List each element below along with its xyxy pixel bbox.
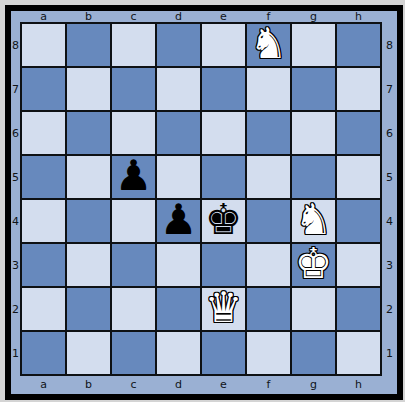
rank-label-1: 1 [11,332,20,374]
square-d7[interactable] [157,68,200,110]
square-e3[interactable] [202,244,245,286]
square-c3[interactable] [112,244,155,286]
square-f3[interactable] [247,244,290,286]
square-b3[interactable] [67,244,110,286]
square-c2[interactable] [112,288,155,330]
file-label-e: e [202,376,245,392]
square-b7[interactable] [67,68,110,110]
chess-board: ♞♟♟♚♞♚♛ [20,22,382,376]
square-g7[interactable] [292,68,335,110]
black-pawn[interactable]: ♟ [115,155,153,197]
square-h3[interactable] [337,244,380,286]
rank-labels-right: 87654321 [382,22,397,376]
file-label-a: a [22,10,65,22]
rank-label-2: 2 [382,288,397,330]
square-b8[interactable] [67,24,110,66]
square-e7[interactable] [202,68,245,110]
white-king[interactable]: ♚ [295,243,333,285]
square-h6[interactable] [337,112,380,154]
file-label-f: f [247,376,290,392]
square-e4[interactable]: ♚ [202,200,245,242]
square-a7[interactable] [22,68,65,110]
board-frame: abcdefgh 87654321 ♞♟♟♚♞♚♛ 87654321 abcde… [5,5,403,400]
square-d2[interactable] [157,288,200,330]
white-queen[interactable]: ♛ [205,287,243,329]
square-g3[interactable]: ♚ [292,244,335,286]
square-e2[interactable]: ♛ [202,288,245,330]
file-label-d: d [157,10,200,22]
square-e6[interactable] [202,112,245,154]
rank-label-6: 6 [11,112,20,154]
square-d5[interactable] [157,156,200,198]
rank-label-2: 2 [11,288,20,330]
file-label-c: c [112,10,155,22]
square-h2[interactable] [337,288,380,330]
white-knight[interactable]: ♞ [250,23,288,65]
square-a3[interactable] [22,244,65,286]
white-knight[interactable]: ♞ [295,199,333,241]
black-king[interactable]: ♚ [205,199,243,241]
rank-label-5: 5 [382,156,397,198]
square-h5[interactable] [337,156,380,198]
square-b4[interactable] [67,200,110,242]
chess-diagram: abcdefgh 87654321 ♞♟♟♚♞♚♛ 87654321 abcde… [0,0,405,402]
rank-label-8: 8 [11,24,20,66]
square-f7[interactable] [247,68,290,110]
rank-label-4: 4 [382,200,397,242]
square-a8[interactable] [22,24,65,66]
square-g2[interactable] [292,288,335,330]
square-e8[interactable] [202,24,245,66]
square-h4[interactable] [337,200,380,242]
square-c8[interactable] [112,24,155,66]
square-f5[interactable] [247,156,290,198]
square-d1[interactable] [157,332,200,374]
file-label-b: b [67,10,110,22]
rank-label-8: 8 [382,24,397,66]
rank-label-3: 3 [11,244,20,286]
rank-labels-left: 87654321 [11,22,20,376]
square-e5[interactable] [202,156,245,198]
square-g8[interactable] [292,24,335,66]
rank-label-7: 7 [11,68,20,110]
square-c6[interactable] [112,112,155,154]
square-g6[interactable] [292,112,335,154]
square-c7[interactable] [112,68,155,110]
square-g4[interactable]: ♞ [292,200,335,242]
square-h7[interactable] [337,68,380,110]
rank-label-4: 4 [11,200,20,242]
square-a2[interactable] [22,288,65,330]
square-b1[interactable] [67,332,110,374]
square-d4[interactable]: ♟ [157,200,200,242]
square-b6[interactable] [67,112,110,154]
square-a5[interactable] [22,156,65,198]
file-labels-bottom: abcdefgh [20,376,382,392]
file-label-h: h [337,376,380,392]
file-label-e: e [202,10,245,22]
file-label-a: a [22,376,65,392]
square-h1[interactable] [337,332,380,374]
square-a6[interactable] [22,112,65,154]
file-label-d: d [157,376,200,392]
square-g1[interactable] [292,332,335,374]
square-e1[interactable] [202,332,245,374]
rank-label-6: 6 [382,112,397,154]
square-a4[interactable] [22,200,65,242]
rank-label-1: 1 [382,332,397,374]
square-d8[interactable] [157,24,200,66]
square-d3[interactable] [157,244,200,286]
square-f4[interactable] [247,200,290,242]
square-f8[interactable]: ♞ [247,24,290,66]
file-label-g: g [292,10,335,22]
file-label-h: h [337,10,380,22]
square-f6[interactable] [247,112,290,154]
square-b5[interactable] [67,156,110,198]
square-f1[interactable] [247,332,290,374]
file-label-b: b [67,376,110,392]
square-f2[interactable] [247,288,290,330]
rank-label-5: 5 [11,156,20,198]
square-a1[interactable] [22,332,65,374]
square-d6[interactable] [157,112,200,154]
square-c4[interactable] [112,200,155,242]
file-label-g: g [292,376,335,392]
square-c1[interactable] [112,332,155,374]
square-h8[interactable] [337,24,380,66]
square-g5[interactable] [292,156,335,198]
rank-label-7: 7 [382,68,397,110]
rank-label-3: 3 [382,244,397,286]
file-labels-top: abcdefgh [20,10,382,22]
file-label-c: c [112,376,155,392]
square-c5[interactable]: ♟ [112,156,155,198]
black-pawn[interactable]: ♟ [160,199,198,241]
square-b2[interactable] [67,288,110,330]
